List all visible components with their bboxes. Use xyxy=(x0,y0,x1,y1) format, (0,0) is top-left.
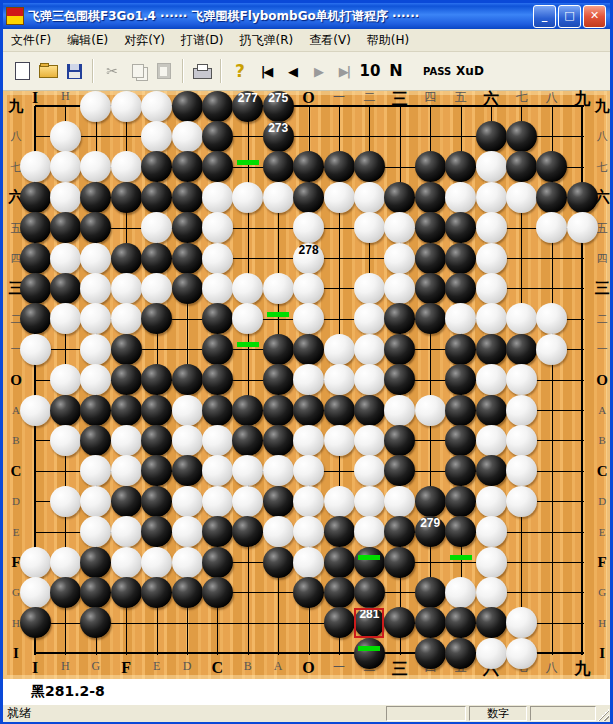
stone-black[interactable] xyxy=(202,395,233,426)
stone-white[interactable] xyxy=(506,607,537,638)
stone-black[interactable] xyxy=(80,182,111,213)
toolbar: ✂ ? |◀ ◀ ▶ ▶| 10 N PASS XuD xyxy=(3,52,610,91)
stone-black[interactable] xyxy=(263,364,294,395)
stone-white[interactable] xyxy=(415,395,446,426)
stone-white[interactable] xyxy=(141,212,172,243)
stone-white[interactable] xyxy=(354,455,385,486)
stone-black[interactable] xyxy=(141,303,172,334)
stone-white[interactable] xyxy=(111,91,142,122)
stone-white[interactable] xyxy=(172,486,203,517)
stone-white[interactable] xyxy=(476,303,507,334)
stone-white[interactable] xyxy=(111,547,142,578)
coord-label-right: H xyxy=(591,614,613,632)
go-board-area[interactable]: IIHHGGFFEEDDCCBBAAOO一一二二三三四四五五六六七七八八九九九九… xyxy=(3,91,610,679)
stone-black[interactable] xyxy=(354,577,385,608)
stone-white[interactable] xyxy=(80,334,111,365)
stone-black[interactable] xyxy=(111,395,142,426)
stone-white[interactable] xyxy=(293,516,324,547)
stone-white[interactable] xyxy=(384,243,415,274)
stone-black[interactable] xyxy=(202,547,233,578)
stone-black[interactable] xyxy=(20,182,51,213)
green-mark xyxy=(237,342,259,347)
stone-white[interactable] xyxy=(445,182,476,213)
stone-black[interactable] xyxy=(50,395,81,426)
stone-white[interactable] xyxy=(263,273,294,304)
stone-white[interactable] xyxy=(50,243,81,274)
stone-black[interactable] xyxy=(202,516,233,547)
green-mark xyxy=(237,160,259,165)
stone-black[interactable] xyxy=(445,486,476,517)
stone-white[interactable] xyxy=(536,212,567,243)
close-button[interactable]: ✕ xyxy=(583,5,606,28)
green-mark xyxy=(358,555,380,560)
stone-black[interactable] xyxy=(476,455,507,486)
stone-white[interactable] xyxy=(141,547,172,578)
stone-black[interactable] xyxy=(415,212,446,243)
stone-white[interactable] xyxy=(354,303,385,334)
stone-black[interactable] xyxy=(141,486,172,517)
coord-label-right: A xyxy=(591,401,613,419)
stone-black[interactable] xyxy=(445,151,476,182)
stone-black[interactable] xyxy=(354,151,385,182)
coord-label-top: 三 xyxy=(387,89,413,110)
stone-white[interactable] xyxy=(324,425,355,456)
stone-white[interactable] xyxy=(445,577,476,608)
stone-white[interactable] xyxy=(354,364,385,395)
stone-black[interactable] xyxy=(80,212,111,243)
stone-white[interactable] xyxy=(263,182,294,213)
stone-black[interactable] xyxy=(445,607,476,638)
stone-white[interactable] xyxy=(232,486,263,517)
stone-black[interactable] xyxy=(20,273,51,304)
stone-black[interactable] xyxy=(111,486,142,517)
stone-white[interactable] xyxy=(476,182,507,213)
stone-black[interactable] xyxy=(50,577,81,608)
stone-black[interactable] xyxy=(476,334,507,365)
stone-black[interactable] xyxy=(263,334,294,365)
stone-white[interactable] xyxy=(202,455,233,486)
stone-white[interactable] xyxy=(536,303,567,334)
stone-white[interactable] xyxy=(50,303,81,334)
stone-black[interactable] xyxy=(384,364,415,395)
stone-black[interactable] xyxy=(293,334,324,365)
stone-white[interactable] xyxy=(384,395,415,426)
stone-white[interactable] xyxy=(172,547,203,578)
stone-black[interactable] xyxy=(172,243,203,274)
stone-black[interactable] xyxy=(202,303,233,334)
stone-black[interactable] xyxy=(384,425,415,456)
stone-white[interactable] xyxy=(50,486,81,517)
stone-white[interactable] xyxy=(111,455,142,486)
xud-button[interactable]: XuD xyxy=(456,64,484,78)
stone-black[interactable] xyxy=(172,364,203,395)
stone-white[interactable] xyxy=(172,395,203,426)
stone-black[interactable] xyxy=(20,243,51,274)
coord-label-left: E xyxy=(5,523,27,541)
menu-bar: 文件(F)编辑(E)对弈(Y)打谱(D)扔飞弹(R)查看(V)帮助(H) xyxy=(3,29,610,52)
stone-white[interactable] xyxy=(476,638,507,669)
stone-white[interactable] xyxy=(111,425,142,456)
stone-black[interactable] xyxy=(50,273,81,304)
stone-white[interactable] xyxy=(80,455,111,486)
stone-move-number: 278 xyxy=(293,243,324,274)
stone-black[interactable] xyxy=(445,425,476,456)
stone-white[interactable] xyxy=(293,303,324,334)
stone-black[interactable] xyxy=(415,243,446,274)
stone-black[interactable] xyxy=(80,607,111,638)
stone-white[interactable] xyxy=(202,243,233,274)
coord-label-right: D xyxy=(591,492,613,510)
stone-black[interactable] xyxy=(293,395,324,426)
maximize-button[interactable]: □ xyxy=(558,5,581,28)
stone-black[interactable] xyxy=(536,151,567,182)
stone-black[interactable] xyxy=(202,334,233,365)
stone-black[interactable] xyxy=(141,516,172,547)
last-move-text: 黑281.2-8 xyxy=(31,683,105,701)
stone-white[interactable] xyxy=(111,303,142,334)
stone-black[interactable] xyxy=(141,243,172,274)
stone-white[interactable] xyxy=(202,486,233,517)
stone-white[interactable] xyxy=(232,455,263,486)
menu-item-5[interactable]: 查看(V) xyxy=(301,30,359,51)
menu-item-4[interactable]: 扔飞弹(R) xyxy=(232,30,302,51)
stone-black[interactable] xyxy=(80,425,111,456)
stone-white[interactable] xyxy=(20,151,51,182)
stone-white[interactable] xyxy=(293,486,324,517)
stone-white[interactable] xyxy=(50,364,81,395)
stone-black[interactable] xyxy=(384,182,415,213)
coord-label-bottom: C xyxy=(204,659,230,677)
coord-label-right: E xyxy=(591,523,613,541)
help-button[interactable]: ? xyxy=(229,60,251,82)
stone-white[interactable] xyxy=(476,547,507,578)
stone-white[interactable] xyxy=(445,303,476,334)
menu-item-0[interactable]: 文件(F) xyxy=(3,30,59,51)
toolbar-separator xyxy=(182,59,184,83)
stone-white[interactable] xyxy=(293,212,324,243)
stone-white[interactable] xyxy=(20,547,51,578)
stone-black[interactable] xyxy=(506,121,537,152)
stone-white[interactable] xyxy=(232,182,263,213)
stone-white[interactable] xyxy=(141,121,172,152)
stone-black[interactable] xyxy=(172,151,203,182)
stone-white[interactable] xyxy=(476,273,507,304)
last-move-button: ▶| xyxy=(333,60,355,82)
stone-black[interactable] xyxy=(324,395,355,426)
coord-label-left: I xyxy=(5,644,27,662)
stone-black[interactable] xyxy=(324,577,355,608)
stone-white[interactable] xyxy=(567,212,598,243)
stone-white[interactable] xyxy=(293,364,324,395)
stone-white[interactable] xyxy=(354,273,385,304)
stone-white[interactable] xyxy=(476,243,507,274)
stone-white[interactable] xyxy=(80,486,111,517)
stone-white[interactable] xyxy=(506,364,537,395)
stone-white[interactable] xyxy=(476,364,507,395)
stone-black[interactable] xyxy=(445,212,476,243)
stone-black[interactable] xyxy=(567,182,598,213)
stone-black[interactable] xyxy=(415,303,446,334)
stone-white[interactable] xyxy=(476,577,507,608)
stone-white[interactable] xyxy=(50,182,81,213)
cut-button: ✂ xyxy=(101,60,123,82)
stone-black[interactable] xyxy=(202,121,233,152)
stone-white[interactable] xyxy=(50,151,81,182)
stone-black[interactable] xyxy=(111,577,142,608)
status-panel xyxy=(386,706,466,721)
stone-black[interactable] xyxy=(445,273,476,304)
stone-black[interactable] xyxy=(172,182,203,213)
stone-white[interactable] xyxy=(80,243,111,274)
stone-white[interactable] xyxy=(476,212,507,243)
stone-black[interactable] xyxy=(384,334,415,365)
stone-black[interactable] xyxy=(324,547,355,578)
stone-black[interactable] xyxy=(263,395,294,426)
stone-white[interactable] xyxy=(354,182,385,213)
stone-black[interactable] xyxy=(415,638,446,669)
status-text: 就绪 xyxy=(7,705,31,722)
stone-black[interactable] xyxy=(476,121,507,152)
stone-white[interactable] xyxy=(20,395,51,426)
stone-black[interactable] xyxy=(445,638,476,669)
stone-white[interactable] xyxy=(80,91,111,122)
stone-black[interactable] xyxy=(172,91,203,122)
first-move-button[interactable]: |◀ xyxy=(255,60,277,82)
stone-white[interactable] xyxy=(50,547,81,578)
open-file-button[interactable] xyxy=(37,60,59,82)
stone-white[interactable] xyxy=(476,425,507,456)
coord-label-top: 一 xyxy=(326,89,352,106)
stone-white[interactable] xyxy=(202,273,233,304)
stone-black[interactable] xyxy=(384,455,415,486)
stone-black[interactable] xyxy=(415,182,446,213)
stone-white[interactable] xyxy=(263,455,294,486)
stone-white[interactable] xyxy=(506,395,537,426)
stone-black[interactable] xyxy=(445,334,476,365)
stone-white[interactable] xyxy=(172,516,203,547)
stone-white[interactable] xyxy=(384,273,415,304)
stone-white[interactable] xyxy=(202,182,233,213)
stone-white[interactable] xyxy=(324,334,355,365)
stone-black[interactable] xyxy=(445,243,476,274)
stone-white[interactable] xyxy=(293,273,324,304)
stone-white[interactable] xyxy=(20,334,51,365)
stone-white[interactable] xyxy=(80,151,111,182)
stone-black[interactable] xyxy=(232,516,263,547)
stone-white[interactable] xyxy=(232,303,263,334)
stone-white[interactable] xyxy=(354,212,385,243)
number-display-toggle[interactable]: 10 xyxy=(359,60,381,82)
stone-white[interactable] xyxy=(172,425,203,456)
menu-item-2[interactable]: 对弈(Y) xyxy=(116,30,173,51)
stone-black[interactable] xyxy=(141,395,172,426)
stone-black[interactable] xyxy=(172,212,203,243)
stone-black[interactable] xyxy=(111,364,142,395)
stone-black[interactable] xyxy=(20,212,51,243)
stone-black[interactable] xyxy=(415,577,446,608)
stone-white[interactable] xyxy=(172,121,203,152)
stone-black[interactable] xyxy=(445,516,476,547)
menu-item-3[interactable]: 打谱(D) xyxy=(173,30,232,51)
app-window: 飞弹三色围棋F3Go1.4 ······ 飞弹围棋FlybombGo单机打谱程序… xyxy=(0,0,613,724)
stone-black[interactable] xyxy=(324,516,355,547)
stone-white[interactable] xyxy=(293,455,324,486)
stone-white[interactable] xyxy=(202,212,233,243)
coord-label-right: I xyxy=(591,644,613,662)
stone-black[interactable] xyxy=(20,607,51,638)
stone-black[interactable] xyxy=(293,151,324,182)
stone-white[interactable] xyxy=(293,425,324,456)
menu-item-1[interactable]: 编辑(E) xyxy=(59,30,116,51)
stone-black[interactable] xyxy=(536,182,567,213)
pass-button[interactable]: PASS xyxy=(423,66,451,77)
stone-white[interactable] xyxy=(141,91,172,122)
stone-white[interactable] xyxy=(293,547,324,578)
stone-black[interactable] xyxy=(111,334,142,365)
stone-white[interactable] xyxy=(111,273,142,304)
stone-white[interactable] xyxy=(232,273,263,304)
n-toggle[interactable]: N xyxy=(385,60,407,82)
stone-white[interactable] xyxy=(506,425,537,456)
stone-black[interactable] xyxy=(172,273,203,304)
resize-grip[interactable] xyxy=(597,709,609,721)
coord-label-bottom: O xyxy=(296,659,322,677)
stone-black[interactable] xyxy=(293,577,324,608)
stone-black[interactable] xyxy=(445,364,476,395)
stone-white[interactable] xyxy=(506,303,537,334)
stone-black[interactable] xyxy=(506,334,537,365)
stone-black[interactable] xyxy=(80,395,111,426)
stone-white[interactable] xyxy=(506,638,537,669)
paste-button xyxy=(153,60,175,82)
stone-black[interactable] xyxy=(293,182,324,213)
stone-black[interactable] xyxy=(415,486,446,517)
stone-black[interactable] xyxy=(202,364,233,395)
stone-black[interactable] xyxy=(80,547,111,578)
prev-move-button[interactable]: ◀ xyxy=(281,60,303,82)
coord-label-top: O xyxy=(296,89,322,107)
stone-white[interactable] xyxy=(476,516,507,547)
stone-black[interactable] xyxy=(384,516,415,547)
stone-black[interactable] xyxy=(50,212,81,243)
stone-black[interactable] xyxy=(384,547,415,578)
stone-black[interactable] xyxy=(263,151,294,182)
stone-black[interactable] xyxy=(141,364,172,395)
stone-white[interactable] xyxy=(506,455,537,486)
stone-black[interactable] xyxy=(111,243,142,274)
stone-black[interactable] xyxy=(141,455,172,486)
stone-black[interactable] xyxy=(415,151,446,182)
stone-black[interactable] xyxy=(445,395,476,426)
stone-black[interactable] xyxy=(111,182,142,213)
stone-white[interactable] xyxy=(80,516,111,547)
stone-white[interactable] xyxy=(324,486,355,517)
stone-white[interactable] xyxy=(20,577,51,608)
stone-white[interactable] xyxy=(111,151,142,182)
stone-white[interactable] xyxy=(50,425,81,456)
stone-black[interactable] xyxy=(80,577,111,608)
stone-black[interactable] xyxy=(141,151,172,182)
stone-black[interactable] xyxy=(202,577,233,608)
stone-black[interactable] xyxy=(263,425,294,456)
stone-black[interactable] xyxy=(232,425,263,456)
stone-black[interactable] xyxy=(415,273,446,304)
coord-label-right: 三 xyxy=(591,279,613,297)
stone-white[interactable] xyxy=(476,151,507,182)
stone-black[interactable] xyxy=(324,607,355,638)
stone-black[interactable] xyxy=(263,547,294,578)
coord-label-top: 六 xyxy=(478,89,504,110)
stone-white[interactable] xyxy=(50,121,81,152)
stone-black[interactable] xyxy=(141,425,172,456)
status-panel xyxy=(530,706,596,721)
stone-black[interactable] xyxy=(476,395,507,426)
stone-white[interactable] xyxy=(506,486,537,517)
stone-white[interactable] xyxy=(384,212,415,243)
stone-white[interactable] xyxy=(506,182,537,213)
stone-black[interactable] xyxy=(172,577,203,608)
stone-white[interactable] xyxy=(202,425,233,456)
stone-black[interactable] xyxy=(354,395,385,426)
save-button[interactable] xyxy=(63,60,85,82)
stone-black[interactable] xyxy=(506,151,537,182)
move-info-bar: 黑281.2-8 xyxy=(3,679,610,704)
coord-label-right: O xyxy=(591,371,613,389)
coord-label-right: 二 xyxy=(591,310,613,328)
stone-white[interactable] xyxy=(354,486,385,517)
stone-black[interactable] xyxy=(384,303,415,334)
minimize-button[interactable]: _ xyxy=(533,5,556,28)
stone-black[interactable] xyxy=(202,91,233,122)
stone-black[interactable] xyxy=(415,607,446,638)
stone-black[interactable] xyxy=(354,638,385,669)
print-button[interactable] xyxy=(191,60,213,82)
title-bar[interactable]: 飞弹三色围棋F3Go1.4 ······ 飞弹围棋FlybombGo单机打谱程序… xyxy=(3,3,610,29)
stone-white[interactable] xyxy=(354,516,385,547)
stone-move-number: 273 xyxy=(263,121,294,152)
stone-black[interactable] xyxy=(324,151,355,182)
stone-black[interactable] xyxy=(141,182,172,213)
stone-white[interactable] xyxy=(324,364,355,395)
stone-black[interactable] xyxy=(141,577,172,608)
stone-white[interactable] xyxy=(80,364,111,395)
stone-white[interactable] xyxy=(324,182,355,213)
new-file-button[interactable] xyxy=(11,60,33,82)
stone-white[interactable] xyxy=(80,273,111,304)
stone-black[interactable] xyxy=(172,455,203,486)
toolbar-separator xyxy=(92,59,94,83)
stone-black[interactable] xyxy=(476,607,507,638)
stone-white[interactable] xyxy=(354,334,385,365)
stone-white[interactable] xyxy=(141,273,172,304)
stone-black[interactable] xyxy=(354,547,385,578)
stone-black[interactable] xyxy=(263,486,294,517)
stone-black[interactable] xyxy=(202,151,233,182)
stone-black[interactable] xyxy=(445,455,476,486)
stone-black[interactable] xyxy=(384,607,415,638)
stone-black[interactable] xyxy=(232,395,263,426)
stone-white[interactable] xyxy=(384,486,415,517)
stone-white[interactable] xyxy=(476,486,507,517)
coord-label-right: B xyxy=(591,431,613,449)
stone-white[interactable] xyxy=(354,425,385,456)
stone-black[interactable] xyxy=(20,303,51,334)
stone-white[interactable] xyxy=(111,516,142,547)
menu-item-6[interactable]: 帮助(H) xyxy=(359,30,417,51)
stone-white[interactable] xyxy=(80,303,111,334)
stone-white[interactable] xyxy=(263,516,294,547)
stone-white[interactable] xyxy=(536,334,567,365)
